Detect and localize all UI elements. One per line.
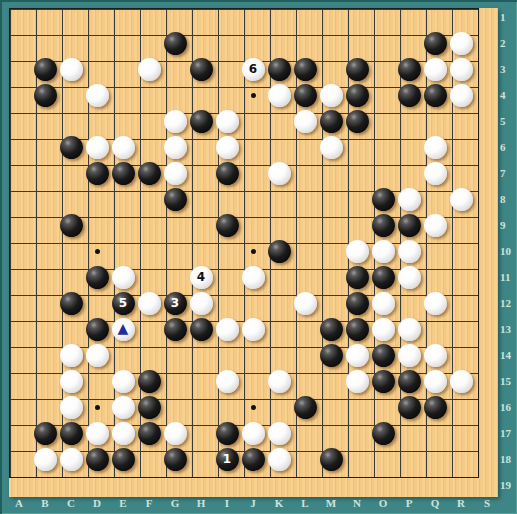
white-stone-D6[interactable]	[86, 136, 109, 159]
black-stone-O9[interactable]	[372, 214, 395, 237]
row-label-9: 9	[500, 219, 506, 232]
black-stone-M5[interactable]	[320, 110, 343, 133]
white-stone-R4[interactable]	[450, 84, 473, 107]
black-stone-O17[interactable]	[372, 422, 395, 445]
white-stone-E11[interactable]	[112, 266, 135, 289]
white-stone-H12[interactable]	[190, 292, 213, 315]
column-label-F: F	[141, 497, 157, 509]
column-label-N: N	[349, 497, 365, 509]
white-stone-R15[interactable]	[450, 370, 473, 393]
white-stone-Q9[interactable]	[424, 214, 447, 237]
white-stone-J13[interactable]	[242, 318, 265, 341]
white-stone-J17[interactable]	[242, 422, 265, 445]
black-stone-H3[interactable]	[190, 58, 213, 81]
black-stone-C12[interactable]	[60, 292, 83, 315]
row-label-8: 8	[500, 193, 506, 206]
black-stone-M13[interactable]	[320, 318, 343, 341]
black-stone-O14[interactable]	[372, 344, 395, 367]
column-label-R: R	[453, 497, 469, 509]
white-stone-Q6[interactable]	[424, 136, 447, 159]
white-stone-K7[interactable]	[268, 162, 291, 185]
black-stone-C6[interactable]	[60, 136, 83, 159]
black-stone-K10[interactable]	[268, 240, 291, 263]
black-stone-B3[interactable]	[34, 58, 57, 81]
black-stone-F16[interactable]	[138, 396, 161, 419]
white-stone-C15[interactable]	[60, 370, 83, 393]
white-stone-I6[interactable]	[216, 136, 239, 159]
black-stone-N11[interactable]	[346, 266, 369, 289]
column-label-H: H	[193, 497, 209, 509]
column-label-D: D	[89, 497, 105, 509]
black-stone-P9[interactable]	[398, 214, 421, 237]
column-label-A: A	[11, 497, 27, 509]
black-stone-P15[interactable]	[398, 370, 421, 393]
white-stone-P11[interactable]	[398, 266, 421, 289]
black-stone-C17[interactable]	[60, 422, 83, 445]
white-stone-I15[interactable]	[216, 370, 239, 393]
white-stone-M4[interactable]	[320, 84, 343, 107]
column-label-Q: Q	[427, 497, 443, 509]
white-stone-E17[interactable]	[112, 422, 135, 445]
row-label-3: 3	[500, 63, 506, 76]
row-label-18: 18	[500, 453, 511, 466]
star-point-J10	[251, 249, 256, 254]
row-label-13: 13	[500, 323, 511, 336]
black-stone-Q4[interactable]	[424, 84, 447, 107]
black-stone-P3[interactable]	[398, 58, 421, 81]
white-stone-P13[interactable]	[398, 318, 421, 341]
white-stone-R8[interactable]	[450, 188, 473, 211]
column-label-K: K	[271, 497, 287, 509]
row-label-6: 6	[500, 141, 506, 154]
black-stone-F17[interactable]	[138, 422, 161, 445]
black-stone-Q16[interactable]	[424, 396, 447, 419]
star-point-J16	[251, 405, 256, 410]
row-label-7: 7	[500, 167, 506, 180]
black-stone-L3[interactable]	[294, 58, 317, 81]
column-label-E: E	[115, 497, 131, 509]
column-label-C: C	[63, 497, 79, 509]
column-label-J: J	[245, 497, 261, 509]
row-label-16: 16	[500, 401, 511, 414]
white-stone-O12[interactable]	[372, 292, 395, 315]
black-stone-G18[interactable]	[164, 448, 187, 471]
row-label-4: 4	[500, 89, 506, 102]
white-stone-Q15[interactable]	[424, 370, 447, 393]
black-stone-F7[interactable]	[138, 162, 161, 185]
black-stone-M14[interactable]	[320, 344, 343, 367]
black-stone-H5[interactable]	[190, 110, 213, 133]
black-stone-M18[interactable]	[320, 448, 343, 471]
go-app-window: 6453▲1 ABCDEFGHIJKLMNOPQRS12345678910111…	[0, 0, 517, 514]
black-stone-B17[interactable]	[34, 422, 57, 445]
white-stone-R3[interactable]	[450, 58, 473, 81]
white-stone-N10[interactable]	[346, 240, 369, 263]
triangle-marker-E13: ▲	[118, 321, 129, 335]
white-stone-P8[interactable]	[398, 188, 421, 211]
white-stone-O10[interactable]	[372, 240, 395, 263]
black-stone-E7[interactable]	[112, 162, 135, 185]
white-stone-G6[interactable]	[164, 136, 187, 159]
black-stone-B4[interactable]	[34, 84, 57, 107]
black-stone-N3[interactable]	[346, 58, 369, 81]
white-stone-L12[interactable]	[294, 292, 317, 315]
white-stone-C16[interactable]	[60, 396, 83, 419]
white-stone-D14[interactable]	[86, 344, 109, 367]
row-label-11: 11	[500, 271, 510, 284]
black-stone-D13[interactable]	[86, 318, 109, 341]
black-stone-O8[interactable]	[372, 188, 395, 211]
black-stone-E18[interactable]	[112, 448, 135, 471]
move-number-3-stone-G12[interactable]: 3	[164, 292, 187, 315]
row-label-2: 2	[500, 37, 506, 50]
white-stone-L5[interactable]	[294, 110, 317, 133]
white-stone-K15[interactable]	[268, 370, 291, 393]
move-number-4-stone-H11[interactable]: 4	[190, 266, 213, 289]
black-stone-I17[interactable]	[216, 422, 239, 445]
white-stone-I13[interactable]	[216, 318, 239, 341]
board-intersections: 6453▲1	[6, 4, 500, 498]
star-point-D10	[95, 249, 100, 254]
white-stone-G7[interactable]	[164, 162, 187, 185]
column-label-L: L	[297, 497, 313, 509]
black-stone-N5[interactable]	[346, 110, 369, 133]
white-stone-R2[interactable]	[450, 32, 473, 55]
white-stone-M6[interactable]	[320, 136, 343, 159]
black-stone-D18[interactable]	[86, 448, 109, 471]
white-stone-Q14[interactable]	[424, 344, 447, 367]
row-label-10: 10	[500, 245, 511, 258]
column-label-M: M	[323, 497, 339, 509]
column-label-S: S	[479, 497, 495, 509]
white-stone-G17[interactable]	[164, 422, 187, 445]
black-stone-H13[interactable]	[190, 318, 213, 341]
white-stone-P14[interactable]	[398, 344, 421, 367]
black-stone-G2[interactable]	[164, 32, 187, 55]
white-stone-P10[interactable]	[398, 240, 421, 263]
move-number-1-stone-I18[interactable]: 1	[216, 448, 239, 471]
black-stone-N4[interactable]	[346, 84, 369, 107]
row-label-17: 17	[500, 427, 511, 440]
white-stone-E15[interactable]	[112, 370, 135, 393]
move-number-6-stone-J3[interactable]: 6	[242, 58, 265, 81]
white-stone-J11[interactable]	[242, 266, 265, 289]
black-stone-J18[interactable]	[242, 448, 265, 471]
white-stone-E13[interactable]: ▲	[112, 318, 135, 341]
white-stone-C18[interactable]	[60, 448, 83, 471]
move-number-5-stone-E12[interactable]: 5	[112, 292, 135, 315]
black-stone-L4[interactable]	[294, 84, 317, 107]
row-label-14: 14	[500, 349, 511, 362]
white-stone-Q3[interactable]	[424, 58, 447, 81]
black-stone-Q2[interactable]	[424, 32, 447, 55]
white-stone-D4[interactable]	[86, 84, 109, 107]
row-label-12: 12	[500, 297, 511, 310]
black-stone-O11[interactable]	[372, 266, 395, 289]
black-stone-G8[interactable]	[164, 188, 187, 211]
black-stone-I7[interactable]	[216, 162, 239, 185]
white-stone-Q7[interactable]	[424, 162, 447, 185]
white-stone-I5[interactable]	[216, 110, 239, 133]
black-stone-D7[interactable]	[86, 162, 109, 185]
white-stone-K4[interactable]	[268, 84, 291, 107]
white-stone-F12[interactable]	[138, 292, 161, 315]
column-label-I: I	[219, 497, 235, 509]
white-stone-C3[interactable]	[60, 58, 83, 81]
white-stone-N15[interactable]	[346, 370, 369, 393]
black-stone-C9[interactable]	[60, 214, 83, 237]
black-stone-G13[interactable]	[164, 318, 187, 341]
row-label-1: 1	[500, 11, 506, 24]
white-stone-B18[interactable]	[34, 448, 57, 471]
black-stone-I9[interactable]	[216, 214, 239, 237]
black-stone-L16[interactable]	[294, 396, 317, 419]
white-stone-D17[interactable]	[86, 422, 109, 445]
column-label-G: G	[167, 497, 183, 509]
black-stone-F15[interactable]	[138, 370, 161, 393]
star-point-D16	[95, 405, 100, 410]
white-stone-G5[interactable]	[164, 110, 187, 133]
column-label-O: O	[375, 497, 391, 509]
white-stone-C14[interactable]	[60, 344, 83, 367]
black-stone-N12[interactable]	[346, 292, 369, 315]
black-stone-P4[interactable]	[398, 84, 421, 107]
row-label-5: 5	[500, 115, 506, 128]
column-label-B: B	[37, 497, 53, 509]
white-stone-K18[interactable]	[268, 448, 291, 471]
row-label-15: 15	[500, 375, 511, 388]
column-label-P: P	[401, 497, 417, 509]
white-stone-O13[interactable]	[372, 318, 395, 341]
white-stone-Q12[interactable]	[424, 292, 447, 315]
row-label-19: 19	[500, 479, 511, 492]
black-stone-P16[interactable]	[398, 396, 421, 419]
black-stone-K3[interactable]	[268, 58, 291, 81]
white-stone-K17[interactable]	[268, 422, 291, 445]
black-stone-O15[interactable]	[372, 370, 395, 393]
black-stone-D11[interactable]	[86, 266, 109, 289]
black-stone-N13[interactable]	[346, 318, 369, 341]
white-stone-N14[interactable]	[346, 344, 369, 367]
white-stone-E16[interactable]	[112, 396, 135, 419]
star-point-J4	[251, 93, 256, 98]
white-stone-F3[interactable]	[138, 58, 161, 81]
white-stone-E6[interactable]	[112, 136, 135, 159]
